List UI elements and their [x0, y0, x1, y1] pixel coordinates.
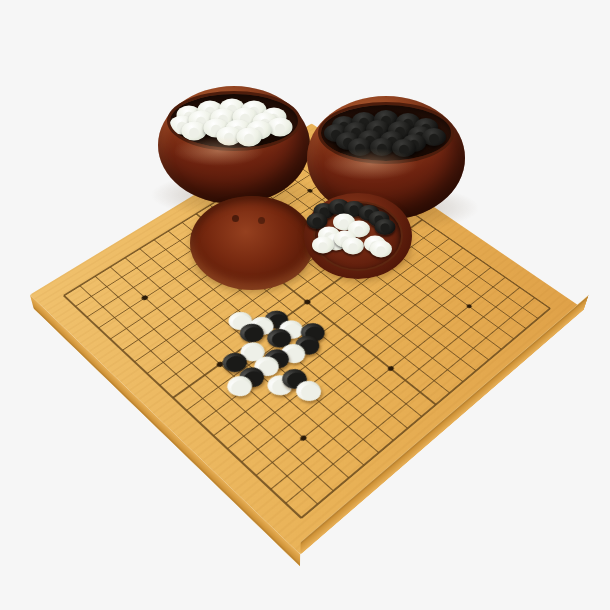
black-stone-heap: ●●●●●●●●●●●●●●●●●●: [321, 105, 451, 161]
white-stone: ●: [222, 373, 257, 401]
white-stone: ●: [224, 308, 257, 333]
black-stone: ●: [370, 138, 394, 156]
board-side-front: [300, 295, 588, 555]
white-stone: ●: [182, 122, 207, 141]
black-stone: ●: [217, 349, 251, 376]
grid-line-vertical: [79, 286, 318, 505]
stone-holding-lid: ●●●●●●●●●●●●●●●●: [304, 193, 412, 279]
black-stone: ●: [235, 364, 270, 392]
black-stone: ●: [263, 325, 296, 351]
black-stone: ●: [296, 320, 329, 346]
white-stone: ●: [342, 238, 364, 255]
black-stone: ●: [260, 307, 293, 332]
black-stone: ●: [235, 320, 268, 346]
black-stone: ●: [392, 139, 416, 157]
grid-line-horizontal: [301, 308, 551, 518]
stone-lid-interior: ●●●●●●●●●●●●●●●●: [315, 203, 401, 269]
black-stone: ●: [260, 346, 294, 373]
white-stone-bowl: ●●●●●●●●●●●●●●●●●: [158, 86, 310, 204]
black-stone: ●: [278, 365, 313, 393]
star-point: [387, 365, 395, 372]
white-stone: ●: [276, 341, 310, 368]
white-stone: ●: [235, 338, 269, 365]
grid-line-vertical: [110, 267, 350, 479]
white-stone: ●: [237, 128, 262, 147]
grid-line-vertical: [94, 276, 333, 491]
black-stone: ●: [290, 332, 324, 358]
grid-line-vertical: [63, 295, 302, 518]
white-stone: ●: [268, 118, 293, 137]
white-bowl-opening: ●●●●●●●●●●●●●●●●●: [170, 94, 298, 148]
white-stone: ●: [274, 317, 307, 343]
black-bowl-opening: ●●●●●●●●●●●●●●●●●●: [321, 105, 451, 161]
black-stone: ●: [375, 219, 396, 235]
white-stone: ●: [250, 353, 284, 380]
black-stone: ●: [348, 138, 372, 156]
star-point: [299, 434, 308, 441]
white-stone-heap: ●●●●●●●●●●●●●●●●●: [170, 94, 298, 148]
grid-line-horizontal: [256, 277, 506, 476]
star-point: [216, 361, 224, 367]
lid-stone-heap: ●●●●●●●●●●●●●●●●: [315, 203, 401, 269]
white-stone: ●: [246, 313, 279, 339]
white-stone: ●: [312, 237, 334, 254]
grid-line-horizontal: [285, 298, 535, 505]
board-side-left: [30, 295, 300, 567]
white-stone: ●: [263, 371, 298, 399]
white-stone: ●: [292, 377, 327, 405]
empty-bowl-lid: [190, 196, 314, 290]
white-stone: ●: [370, 241, 392, 258]
go-set-product-photo: ●●●●●●●●●●●●●●●●●● ●●●●●●●●●●●●●●●●● ●●●…: [0, 0, 610, 610]
